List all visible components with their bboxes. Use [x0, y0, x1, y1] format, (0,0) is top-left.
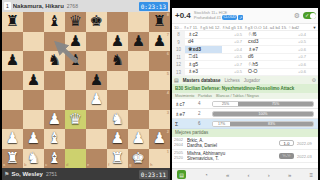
explorer-total-row[interactable]: Σ617%83%: [172, 119, 318, 129]
coord-rank-1: 1: [167, 150, 169, 154]
square-d5[interactable]: [65, 71, 86, 91]
white-move[interactable]: ♕xd3: [185, 46, 222, 54]
coord-rank-2: 2: [167, 130, 169, 134]
bottom-player-name[interactable]: So, Wesley: [11, 171, 43, 177]
square-e6[interactable]: [86, 51, 107, 71]
square-c4[interactable]: [44, 90, 65, 110]
explorer-toggle-button[interactable]: ▤: [177, 170, 186, 179]
square-b1[interactable]: ♞b: [23, 149, 44, 169]
book-icon: ▤: [174, 77, 179, 83]
move-number: 13: [172, 69, 185, 76]
white-move-eval: +0.7: [222, 62, 245, 67]
game-ratings: 25052520: [172, 151, 187, 161]
square-e1[interactable]: e: [86, 149, 107, 169]
coord-file-a: a: [3, 163, 5, 167]
square-c5[interactable]: [44, 71, 65, 91]
move-number: 11: [172, 54, 185, 61]
white-queen-d3: ♛: [65, 110, 86, 130]
coord-file-c: c: [45, 163, 47, 167]
square-a6[interactable]: ♟: [2, 51, 23, 71]
explorer-move-row[interactable]: ♗c7425%75%: [172, 99, 318, 109]
white-move[interactable]: ♗e3: [185, 68, 222, 76]
black-pawn-f7: ♟: [107, 32, 128, 52]
top-player-rating: 2768: [67, 3, 78, 9]
board-wrap: ♜♝♛♚♜8♟♟♟♟7♟♞♝♞6♟♟5♟4♟♛♞3♟♟♝♟♟♟2♜a♞b♝cde…: [2, 12, 170, 168]
square-h4[interactable]: 4: [149, 90, 170, 110]
move-number: 10: [172, 46, 185, 53]
white-move-eval: +0.4: [222, 47, 245, 52]
white-move-eval: +0.5: [222, 32, 245, 37]
board-number-badge: 1: [4, 2, 11, 10]
square-b2[interactable]: ♟: [23, 129, 44, 149]
square-f1[interactable]: ♜f: [107, 149, 128, 169]
square-d1[interactable]: d: [65, 149, 86, 169]
explorer-move-rows: ♗c7425%75%♗e72100%Σ617%83%: [172, 99, 318, 129]
square-a7[interactable]: [2, 32, 23, 52]
draws-segment: 100%: [213, 112, 313, 116]
square-g6[interactable]: [128, 51, 149, 71]
black-move-eval: +0.7: [282, 54, 309, 59]
bottom-player-rating: 2751: [46, 171, 57, 177]
square-e8[interactable]: ♚: [86, 12, 107, 32]
white-pawn-g2: ♟: [128, 129, 149, 149]
square-h3[interactable]: 3: [149, 110, 170, 130]
result-bar: 17%83%: [212, 121, 314, 127]
chess-board[interactable]: ♜♝♛♚♜8♟♟♟♟7♟♞♝♞6♟♟5♟4♟♛♞3♟♟♝♟♟♟2♜a♞b♝cde…: [2, 12, 170, 168]
explorer-games-count: 6: [198, 121, 212, 126]
square-b6[interactable]: [23, 51, 44, 71]
white-bishop-c2: ♝: [44, 129, 65, 149]
explorer-move-row[interactable]: ♗e72100%: [172, 109, 318, 119]
square-b8[interactable]: [23, 12, 44, 32]
square-c3[interactable]: ♟: [44, 110, 65, 130]
square-f4[interactable]: [107, 90, 128, 110]
square-h6[interactable]: 6: [149, 51, 170, 71]
coord-file-e: e: [87, 163, 89, 167]
black-king-e8: ♚: [86, 12, 107, 32]
black-move[interactable]: d6: [245, 53, 282, 61]
square-c1[interactable]: ♝c: [44, 149, 65, 169]
square-b3[interactable]: [23, 110, 44, 130]
black-pawn-a6: ♟: [2, 51, 23, 71]
board-pane: 1 Nakamura, Hikaru 2768 0:23:13 ♜♝♛♚♜8♟♟…: [2, 0, 170, 180]
best-games-list: 26022604Brkic, A.Dardha, Daniel1-02022-0…: [172, 137, 318, 163]
coord-file-h: h: [150, 163, 152, 167]
coord-file-g: g: [129, 163, 131, 167]
square-f2[interactable]: ♟: [107, 129, 128, 149]
move-number: 12: [172, 61, 185, 68]
white-move[interactable]: d4: [185, 38, 222, 46]
explorer-games-count: 2: [198, 111, 212, 116]
engine-pv-line[interactable]: 10... ♗c7 11. ♗g5 h6 12. ♗h4 g5 13. ♗g3 …: [172, 24, 318, 31]
square-e3[interactable]: [86, 110, 107, 130]
coord-file-d: d: [66, 163, 68, 167]
black-pawn-g7: ♟: [128, 32, 149, 52]
square-f5[interactable]: [107, 71, 128, 91]
pv-expand-caret-icon[interactable]: ▼: [311, 24, 318, 31]
gear-icon[interactable]: ⚙: [294, 12, 300, 19]
tab-masters-database[interactable]: Masters database: [183, 78, 221, 83]
cloud-badge: CLOUD: [222, 15, 237, 20]
explorer-gear-icon[interactable]: ⚙: [312, 77, 316, 83]
square-c2[interactable]: ♝: [44, 129, 65, 149]
white-pawn-e4: ♟: [86, 90, 107, 110]
next-move-button[interactable]: ›: [268, 172, 270, 178]
square-e4[interactable]: ♟: [86, 90, 107, 110]
square-a1[interactable]: ♜a: [2, 149, 23, 169]
bottom-player-bar: ⚑ So, Wesley 2751 0:23:11: [2, 168, 170, 180]
square-h7[interactable]: ♟7: [149, 32, 170, 52]
opening-explorer: ▤ Masters database Lichess Jugador ⚙ B30…: [172, 76, 318, 180]
square-d8[interactable]: ♛: [65, 12, 86, 32]
move-number: 9: [172, 39, 185, 46]
square-c6[interactable]: ♞: [44, 51, 65, 71]
move-number: 8: [172, 31, 185, 38]
square-b7[interactable]: [23, 32, 44, 52]
square-g8[interactable]: [128, 12, 149, 32]
square-d7[interactable]: ♟: [65, 32, 86, 52]
game-players: Brkic, A.Dardha, Daniel: [187, 138, 279, 149]
white-move[interactable]: ♗g5: [185, 61, 222, 69]
engine-toggle-check-icon: ✓: [305, 12, 309, 19]
flag-icon: ⚑: [4, 170, 9, 178]
square-d6[interactable]: ♝: [65, 51, 86, 71]
engine-toggle-knob: [310, 13, 316, 19]
square-f3[interactable]: ♞: [107, 110, 128, 130]
square-c8[interactable]: ♝: [44, 12, 65, 32]
square-f7[interactable]: ♟: [107, 32, 128, 52]
game-date: 2022-03: [297, 154, 318, 159]
square-a4[interactable]: [2, 90, 23, 110]
best-games-header: Mejores partidas: [172, 129, 318, 137]
white-rook-f1: ♜: [107, 149, 128, 169]
square-e7[interactable]: [86, 32, 107, 52]
square-g5[interactable]: [128, 71, 149, 91]
coord-rank-7: 7: [167, 33, 169, 37]
black-move-eval: +0.6: [282, 62, 309, 67]
draws-segment: 83%: [230, 122, 313, 126]
result-bar: 25%75%: [212, 101, 314, 107]
square-g3[interactable]: [128, 110, 149, 130]
black-move[interactable]: ♘f6: [245, 31, 282, 38]
square-h2[interactable]: ♟2: [149, 129, 170, 149]
opening-name[interactable]: B30 Sicilian Defense: Nyezhmetdinov-Ross…: [172, 84, 318, 93]
square-a3[interactable]: [2, 110, 23, 130]
last-move-button[interactable]: »: [288, 172, 291, 178]
result-bar: 100%: [212, 111, 314, 117]
square-g4[interactable]: [128, 90, 149, 110]
explorer-move[interactable]: ♗c7: [172, 101, 198, 107]
square-f8[interactable]: [107, 12, 128, 32]
black-knight-f6: ♞: [107, 51, 128, 71]
square-e2[interactable]: [86, 129, 107, 149]
square-b4[interactable]: [23, 90, 44, 110]
white-move-eval: +0.5: [222, 69, 245, 74]
white-move-eval: +0.7: [222, 39, 245, 44]
top-player-bar: 1 Nakamura, Hikaru 2768 0:23:13: [2, 0, 170, 12]
black-move[interactable]: ♘h5: [245, 61, 282, 69]
draws-segment: 75%: [238, 102, 313, 106]
white-pawn-a2: ♟: [2, 129, 23, 149]
square-h5[interactable]: 5: [149, 71, 170, 91]
engine-depth: Profundidad 41: [194, 16, 221, 21]
black-pawn-d7: ♟: [65, 32, 86, 52]
square-d4[interactable]: [65, 90, 86, 110]
cloud-expand-icon[interactable]: ↗: [238, 15, 243, 20]
game-date: 2022-09: [297, 141, 318, 146]
lichess-analysis-screen: 1 Nakamura, Hikaru 2768 0:23:13 ♜♝♛♚♜8♟♟…: [0, 0, 320, 180]
coord-rank-8: 8: [167, 13, 169, 17]
black-bishop-d6: ♝: [65, 51, 86, 71]
square-h8[interactable]: ♜8: [149, 12, 170, 32]
tab-player[interactable]: Jugador: [244, 78, 260, 83]
best-game-row[interactable]: 26022604Brkic, A.Dardha, Daniel1-02022-0…: [172, 137, 318, 150]
analysis-gear-icon[interactable]: ◔: [204, 172, 208, 178]
black-move-eval: +0.6: [282, 69, 309, 74]
analysis-panel: +0.4 Stockfish 11+ HCE Profundidad 41 CL…: [172, 8, 318, 180]
white-move[interactable]: ♖d1: [185, 53, 222, 61]
black-move-eval: +0.4: [282, 32, 309, 37]
black-move[interactable]: ♗e7: [245, 46, 282, 54]
game-players: Mishra, AbhimanyuStremavicius, T.: [187, 151, 279, 162]
black-rook-a8: ♜: [2, 12, 23, 32]
square-a2[interactable]: ♟: [2, 129, 23, 149]
best-game-row[interactable]: 25052520Mishra, AbhimanyuStremavicius, T…: [172, 150, 318, 163]
white-wins-segment: 25%: [213, 102, 238, 106]
engine-info: Stockfish 11+ HCE Profundidad 41 CLOUD ↗: [194, 11, 243, 21]
square-e5[interactable]: ♟: [86, 71, 107, 91]
bottom-player-clock: 0:23:11: [139, 170, 168, 179]
eval-score: +0.4: [175, 11, 191, 20]
black-move[interactable]: O-O: [245, 68, 282, 76]
square-g7[interactable]: ♟: [128, 32, 149, 52]
engine-eval-header: +0.4 Stockfish 11+ HCE Profundidad 41 CL…: [172, 8, 318, 24]
black-move-eval: +0.6: [282, 47, 309, 52]
square-g2[interactable]: ♟: [128, 129, 149, 149]
white-pawn-c3: ♟: [44, 110, 65, 130]
square-a5[interactable]: [2, 71, 23, 91]
square-f6[interactable]: ♞: [107, 51, 128, 71]
pv-moves[interactable]: 10... ♗c7 11. ♗g5 h6 12. ♗h4 g5 13. ♗g3 …: [172, 24, 318, 31]
white-pawn-b2: ♟: [23, 129, 44, 149]
white-knight-f3: ♞: [107, 110, 128, 130]
explorer-tabs: ▤ Masters database Lichess Jugador ⚙: [172, 76, 318, 84]
game-result-badge: 1-0: [279, 140, 294, 146]
square-g1[interactable]: ♚g: [128, 149, 149, 169]
black-move[interactable]: cxd3: [245, 38, 282, 46]
white-pawn-f2: ♟: [107, 129, 128, 149]
game-result-badge: ½-½: [279, 153, 294, 159]
explorer-games-count: 4: [198, 101, 212, 106]
menu-icon[interactable]: ≡: [309, 172, 313, 178]
square-d2[interactable]: [65, 129, 86, 149]
coord-rank-3: 3: [167, 111, 169, 115]
coord-rank-5: 5: [167, 72, 169, 76]
explorer-move[interactable]: Σ: [172, 121, 198, 127]
black-pawn-b5: ♟: [23, 71, 44, 91]
coord-rank-6: 6: [167, 52, 169, 56]
square-c7[interactable]: [44, 32, 65, 52]
black-queen-d8: ♛: [65, 12, 86, 32]
move-list: 8♗c2+0.5♘f6+0.49d4+0.7cxd3+0.510♕xd3+0.4…: [172, 31, 318, 76]
black-bishop-c8: ♝: [44, 12, 65, 32]
white-move-eval: +0.5: [222, 54, 245, 59]
black-pawn-e5: ♟: [86, 71, 107, 91]
black-move-eval: +0.5: [282, 39, 309, 44]
first-move-button[interactable]: «: [226, 172, 229, 178]
tab-lichess[interactable]: Lichess: [225, 78, 240, 83]
bottom-toolbar: ▤ ◔ « ‹ › » ≡: [172, 168, 318, 180]
square-a8[interactable]: ♜: [2, 12, 23, 32]
square-d3[interactable]: ♛: [65, 110, 86, 130]
engine-toggle[interactable]: ✓: [303, 12, 316, 19]
move-row-13: 13♗e3+0.5O-O+0.6: [172, 69, 318, 77]
coord-rank-4: 4: [167, 91, 169, 95]
game-ratings: 26022604: [172, 138, 187, 148]
white-move[interactable]: ♗c2: [185, 31, 222, 38]
square-h1[interactable]: h1: [149, 149, 170, 169]
square-b5[interactable]: ♟: [23, 71, 44, 91]
top-player-name[interactable]: Nakamura, Hikaru: [13, 3, 64, 9]
white-wins-segment: 17%: [213, 122, 230, 126]
coord-file-f: f: [108, 163, 109, 167]
explorer-move[interactable]: ♗e7: [172, 111, 198, 117]
prev-move-button[interactable]: ‹: [248, 172, 250, 178]
coord-file-b: b: [24, 163, 26, 167]
top-player-clock: 0:23:13: [139, 2, 168, 11]
black-knight-c6: ♞: [44, 51, 65, 71]
